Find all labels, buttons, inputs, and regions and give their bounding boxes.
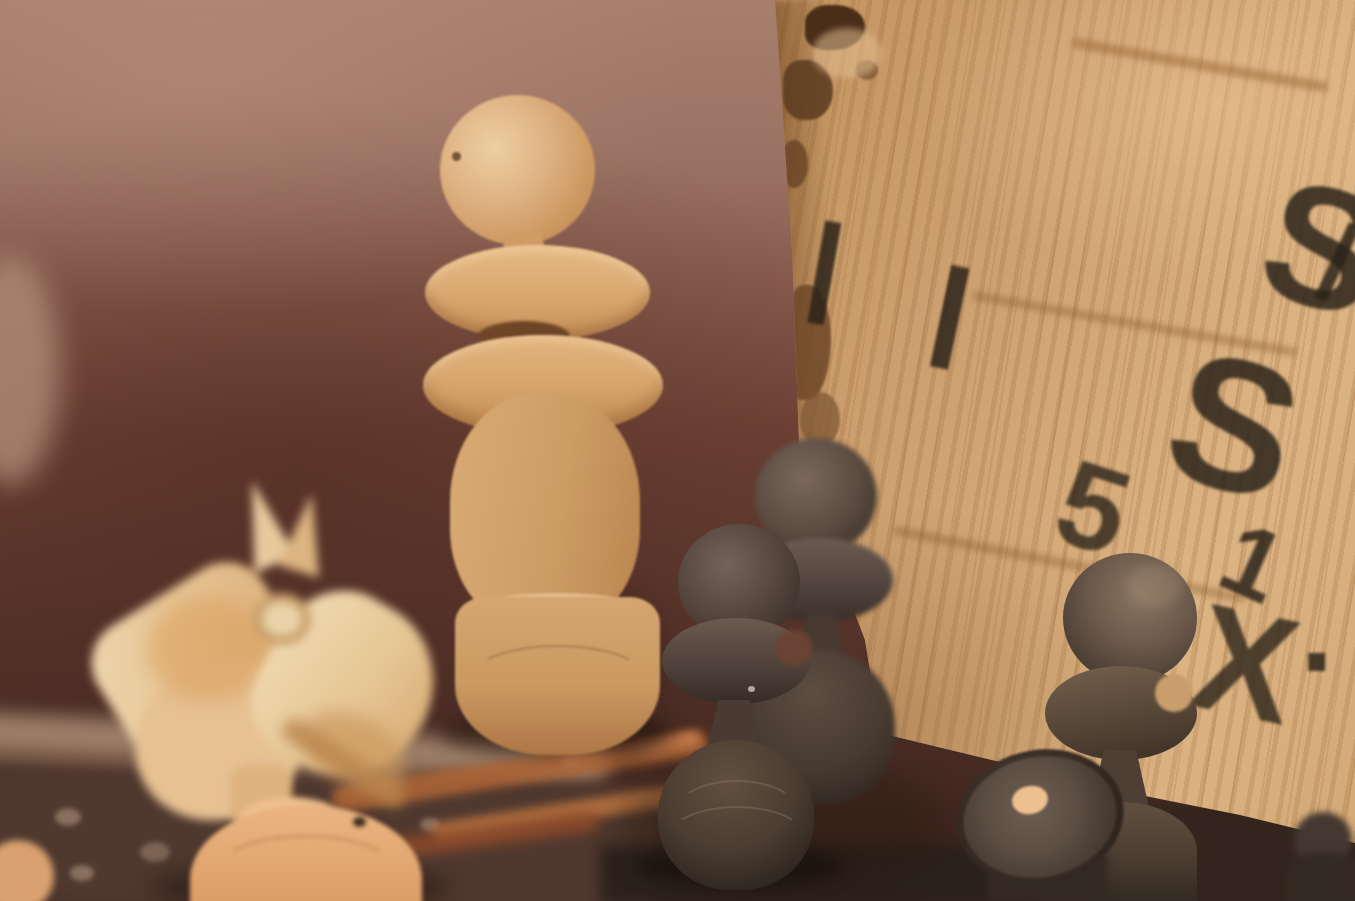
- queen-base-ring: [473, 645, 643, 705]
- piece-base: [1288, 852, 1355, 901]
- knight-base-group: [95, 761, 440, 901]
- table-speck: [70, 865, 94, 881]
- photo-scene: I I S S 5 1 X · /: [0, 0, 1355, 901]
- pawn-fleck: [748, 686, 755, 692]
- queen-wood-pore: [452, 152, 461, 161]
- knight-base-ring: [217, 835, 395, 901]
- pawn-collar-chip: [776, 630, 812, 666]
- pawn-collar-chip: [1155, 674, 1193, 712]
- table-speck: [55, 808, 81, 826]
- table-light-smear: [0, 255, 60, 485]
- queen-ball-finial: [440, 95, 595, 245]
- pawn-base-ring: [668, 806, 806, 870]
- black-pawn-headless-top-view: [948, 742, 1138, 901]
- white-queen: [415, 85, 675, 755]
- pawn-head-highlight: [1127, 564, 1183, 608]
- white-knight: [95, 465, 440, 901]
- black-piece-partial: [1288, 810, 1355, 901]
- stencil-mark: ·: [1300, 600, 1340, 720]
- knight-ear: [277, 490, 330, 577]
- knight-eye: [253, 593, 311, 645]
- box-edge-chip-light: [812, 28, 882, 78]
- knight-base-speck: [353, 817, 366, 827]
